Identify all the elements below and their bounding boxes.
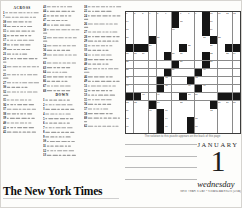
grid-cell[interactable]: 30 bbox=[172, 52, 179, 60]
grid-cell[interactable] bbox=[225, 125, 232, 133]
clue-text-blur bbox=[116, 81, 119, 82]
clue-text-blur bbox=[113, 6, 115, 7]
grid-cell[interactable] bbox=[210, 77, 217, 85]
grid-cell[interactable]: 48 bbox=[141, 93, 148, 101]
clue-item: 26 bbox=[84, 22, 122, 29]
clue-text-blur bbox=[64, 123, 66, 124]
grid-cell[interactable] bbox=[149, 69, 156, 77]
clue-text-blur bbox=[7, 58, 9, 59]
grid-cell[interactable] bbox=[141, 109, 148, 117]
grid-cell[interactable]: 52 bbox=[126, 101, 133, 109]
clue-text-blur bbox=[27, 91, 32, 92]
grid-cell[interactable]: 56 bbox=[218, 101, 225, 109]
grid-cell[interactable] bbox=[179, 77, 186, 85]
grid-cell[interactable] bbox=[195, 101, 202, 109]
grid-cell[interactable] bbox=[149, 61, 156, 69]
clue-text-blur bbox=[17, 58, 22, 59]
grid-cell[interactable] bbox=[164, 36, 171, 44]
grid-cell[interactable] bbox=[141, 28, 148, 36]
clue-text-blur bbox=[100, 81, 105, 82]
grid-cell[interactable] bbox=[225, 77, 232, 85]
grid-cell[interactable] bbox=[172, 36, 179, 44]
grid-cell[interactable]: 64 bbox=[164, 117, 171, 125]
grid-cell[interactable] bbox=[202, 109, 209, 117]
grid-cell[interactable]: 25 bbox=[187, 44, 194, 52]
clue-text-blur bbox=[108, 15, 111, 16]
cell-number: 57 bbox=[226, 101, 229, 103]
clue-number: 25 bbox=[3, 73, 6, 76]
clue-text-blur bbox=[93, 59, 98, 60]
grid-cell[interactable] bbox=[218, 125, 225, 133]
grid-cell[interactable] bbox=[218, 69, 225, 77]
day-number: 1 bbox=[195, 144, 241, 178]
grid-cell[interactable] bbox=[141, 36, 148, 44]
grid-cell[interactable]: 12 bbox=[225, 12, 232, 20]
grid-cell[interactable]: 54 bbox=[157, 101, 164, 109]
grid-cell[interactable]: 50 bbox=[187, 93, 194, 101]
grid-cell[interactable] bbox=[172, 77, 179, 85]
grid-cell[interactable] bbox=[187, 20, 194, 28]
cell-number: 7 bbox=[180, 12, 181, 14]
grid-cell[interactable] bbox=[210, 85, 217, 93]
clue-text-blur bbox=[112, 36, 115, 37]
grid-cell[interactable] bbox=[149, 93, 156, 101]
grid-cell[interactable]: 28 bbox=[134, 52, 141, 60]
clue-text-blur bbox=[20, 122, 24, 123]
clue-text-blur bbox=[59, 113, 62, 114]
grid-cell[interactable] bbox=[179, 117, 186, 125]
grid-cell[interactable] bbox=[218, 52, 225, 60]
grid-cell[interactable]: 13 bbox=[233, 12, 240, 20]
grid-cell-black bbox=[126, 44, 133, 52]
grid-cell[interactable] bbox=[134, 69, 141, 77]
clue-item: 37 bbox=[3, 107, 41, 110]
clue-text-blur bbox=[60, 85, 65, 86]
grid-cell[interactable] bbox=[225, 28, 232, 36]
grid-cell[interactable] bbox=[149, 117, 156, 125]
grid-cell[interactable]: 15 bbox=[179, 20, 186, 28]
clue-text-blur bbox=[28, 30, 31, 31]
grid-cell[interactable] bbox=[179, 125, 186, 133]
grid-cell[interactable] bbox=[195, 109, 202, 117]
grid-cell[interactable]: 63 bbox=[126, 117, 133, 125]
grid-cell[interactable] bbox=[210, 117, 217, 125]
grid-cell[interactable]: 16 bbox=[210, 20, 217, 28]
grid-cell[interactable] bbox=[179, 85, 186, 93]
grid-cell[interactable]: 7 bbox=[179, 12, 186, 20]
grid-cell[interactable] bbox=[172, 109, 179, 117]
clue-text-blur bbox=[49, 100, 52, 101]
grid-cell[interactable] bbox=[172, 101, 179, 109]
grid-cell[interactable]: 33 bbox=[225, 52, 232, 60]
clue-text-blur bbox=[21, 87, 23, 88]
clue-text-blur bbox=[66, 85, 71, 86]
grid-cell[interactable] bbox=[141, 125, 148, 133]
clue-text-blur bbox=[7, 66, 12, 67]
grid-cell[interactable]: 67 bbox=[164, 125, 171, 133]
grid-cell[interactable] bbox=[134, 61, 141, 69]
clue-text-blur bbox=[47, 155, 52, 156]
grid-cell[interactable] bbox=[164, 93, 171, 101]
grid-cell[interactable] bbox=[157, 20, 164, 28]
grid-cell[interactable] bbox=[134, 77, 141, 85]
grid-cell[interactable]: 46 bbox=[187, 85, 194, 93]
grid-cell[interactable]: 43 bbox=[195, 77, 202, 85]
grid-cell[interactable] bbox=[187, 61, 194, 69]
grid-cell[interactable] bbox=[225, 69, 232, 77]
cell-number: 21 bbox=[157, 36, 160, 38]
grid-cell[interactable]: 26 bbox=[210, 44, 217, 52]
clue-text-blur bbox=[47, 81, 50, 82]
grid-cell-black bbox=[134, 44, 141, 52]
clue-text-blur bbox=[32, 132, 36, 133]
grid-cell[interactable] bbox=[202, 101, 209, 109]
grid-cell[interactable] bbox=[172, 85, 179, 93]
grid-cell[interactable] bbox=[187, 109, 194, 117]
grid-cell[interactable]: 27 bbox=[126, 52, 133, 60]
grid-cell[interactable] bbox=[157, 28, 164, 36]
grid-cell[interactable] bbox=[218, 44, 225, 52]
clue-text-blur bbox=[105, 68, 107, 69]
grid-cell[interactable]: 14 bbox=[126, 20, 133, 28]
grid-cell[interactable] bbox=[141, 69, 148, 77]
cell-number: 19 bbox=[210, 28, 213, 30]
grid-cell[interactable] bbox=[225, 117, 232, 125]
grid-cell[interactable] bbox=[218, 109, 225, 117]
clue-text-blur bbox=[106, 99, 111, 100]
grid-cell[interactable] bbox=[187, 69, 194, 77]
grid-cell[interactable] bbox=[225, 61, 232, 69]
clue-text-blur bbox=[16, 118, 21, 119]
grid-cell[interactable] bbox=[202, 93, 209, 101]
clue-text-blur bbox=[73, 37, 77, 38]
grid-cell[interactable]: 19 bbox=[210, 28, 217, 36]
grid-cell[interactable] bbox=[164, 61, 171, 69]
grid-cell[interactable]: 32 bbox=[210, 52, 217, 60]
across-header: ACROSS bbox=[3, 6, 41, 9]
clue-text-blur bbox=[71, 29, 74, 30]
grid-cell[interactable] bbox=[141, 85, 148, 93]
clue-text-blur bbox=[56, 72, 59, 73]
clue-text-blur bbox=[87, 6, 90, 7]
grid-cell[interactable]: 66 bbox=[126, 125, 133, 133]
clue-text-blur bbox=[112, 126, 114, 127]
cell-number: 42 bbox=[165, 76, 168, 78]
cell-number: 62 bbox=[210, 109, 213, 111]
grid-cell[interactable]: 61 bbox=[164, 109, 171, 117]
clue-text-blur bbox=[100, 54, 105, 55]
clue-text-blur bbox=[17, 104, 22, 105]
grid-cell[interactable]: 5 bbox=[157, 12, 164, 20]
clue-text-blur bbox=[23, 104, 28, 105]
grid-cell[interactable] bbox=[141, 117, 148, 125]
grid-cell[interactable]: 9 bbox=[195, 12, 202, 20]
clue-text-blur bbox=[71, 141, 74, 142]
grid-cell[interactable]: 36 bbox=[179, 61, 186, 69]
clue-text-blur bbox=[99, 59, 104, 60]
grid-cell[interactable]: 17 bbox=[126, 28, 133, 36]
grid-cell[interactable] bbox=[202, 125, 209, 133]
grid-cell[interactable] bbox=[195, 52, 202, 60]
grid-cell[interactable] bbox=[172, 44, 179, 52]
clue-text-blur bbox=[52, 20, 56, 21]
grid-cell[interactable]: 49 bbox=[157, 93, 164, 101]
grid-cell[interactable] bbox=[157, 52, 164, 60]
grid-cell[interactable]: 59 bbox=[126, 109, 133, 117]
clue-text-blur bbox=[7, 104, 9, 105]
grid-cell[interactable] bbox=[218, 85, 225, 93]
grid-cell[interactable] bbox=[179, 109, 186, 117]
clue-text-blur bbox=[47, 24, 50, 25]
grid-cell[interactable] bbox=[233, 125, 240, 133]
grid-cell[interactable] bbox=[164, 28, 171, 36]
clue-text-blur bbox=[93, 118, 98, 119]
grid-cell[interactable]: 23 bbox=[218, 36, 225, 44]
clue-item: 21 bbox=[3, 52, 41, 55]
clue-text-blur bbox=[60, 15, 64, 16]
clue-text-blur bbox=[61, 11, 66, 12]
grid-cell[interactable] bbox=[218, 20, 225, 28]
grid-cell[interactable]: 40 bbox=[202, 69, 209, 77]
clue-text-blur bbox=[97, 31, 101, 32]
grid-cell[interactable] bbox=[218, 77, 225, 85]
grid-cell[interactable] bbox=[149, 52, 156, 60]
grid-cell-black bbox=[172, 20, 179, 28]
grid-cell[interactable] bbox=[134, 28, 141, 36]
clue-text-blur bbox=[107, 104, 111, 105]
grid-cell-black bbox=[172, 61, 179, 69]
grid-cell[interactable] bbox=[210, 69, 217, 77]
clue-text-blur bbox=[53, 62, 58, 63]
clue-text-blur bbox=[31, 118, 34, 119]
grid-cell[interactable] bbox=[134, 85, 141, 93]
grid-cell[interactable] bbox=[172, 125, 179, 133]
clue-item: 11 bbox=[43, 144, 81, 147]
grid-cell[interactable] bbox=[210, 125, 217, 133]
clue-text-blur bbox=[68, 11, 71, 12]
clue-text-blur bbox=[105, 59, 108, 60]
grid-cell[interactable] bbox=[164, 44, 171, 52]
clue-item: 66 bbox=[43, 80, 81, 83]
grid-cell[interactable]: 68 bbox=[195, 125, 202, 133]
grid-cell[interactable] bbox=[225, 36, 232, 44]
clue-text-blur bbox=[21, 49, 25, 50]
clue-text-blur bbox=[65, 54, 68, 55]
grid-cell[interactable]: 51 bbox=[195, 93, 202, 101]
grid-cell[interactable]: 21 bbox=[157, 36, 164, 44]
clue-text-blur bbox=[20, 35, 24, 36]
cell-number: 39 bbox=[172, 68, 175, 70]
grid-cell[interactable] bbox=[225, 20, 232, 28]
grid-cell[interactable] bbox=[179, 36, 186, 44]
grid-cell[interactable] bbox=[164, 20, 171, 28]
grid-cell[interactable] bbox=[202, 117, 209, 125]
grid-cell[interactable]: 55 bbox=[179, 101, 186, 109]
grid-cell[interactable] bbox=[134, 125, 141, 133]
cell-number: 68 bbox=[195, 125, 198, 127]
grid-cell[interactable]: 29 bbox=[141, 52, 148, 60]
grid-cell[interactable] bbox=[149, 125, 156, 133]
grid-cell[interactable] bbox=[202, 44, 209, 52]
clue-text-blur bbox=[50, 113, 54, 114]
grid-cell[interactable]: 1 bbox=[126, 12, 133, 20]
grid-cell[interactable]: 44 bbox=[126, 85, 133, 93]
clue-text-blur bbox=[103, 108, 108, 109]
clue-text-blur bbox=[12, 91, 16, 92]
grid-cell[interactable] bbox=[157, 69, 164, 77]
grid-cell[interactable] bbox=[233, 117, 240, 125]
grid-cell[interactable] bbox=[149, 77, 156, 85]
clue-text-blur bbox=[87, 50, 90, 51]
weekday-label: wednesday bbox=[190, 179, 242, 189]
grid-cell[interactable] bbox=[233, 61, 240, 69]
grid-cell[interactable] bbox=[195, 28, 202, 36]
grid-cell[interactable]: 62 bbox=[210, 109, 217, 117]
grid-cell[interactable]: 24 bbox=[149, 44, 156, 52]
grid-cell[interactable]: 4 bbox=[149, 12, 156, 20]
clue-text-blur bbox=[53, 76, 58, 77]
grid-cell[interactable] bbox=[141, 61, 148, 69]
grid-cell[interactable]: 8 bbox=[187, 12, 194, 20]
grid-cell[interactable] bbox=[187, 36, 194, 44]
grid-cell[interactable]: 37 bbox=[210, 61, 217, 69]
grid-cell[interactable] bbox=[134, 109, 141, 117]
grid-cell[interactable]: 39 bbox=[172, 69, 179, 77]
grid-cell[interactable] bbox=[134, 20, 141, 28]
clue-text-blur bbox=[67, 104, 72, 105]
grid-cell[interactable]: 58 bbox=[233, 101, 240, 109]
grid-cell[interactable]: 57 bbox=[225, 101, 232, 109]
grid-cell[interactable] bbox=[195, 61, 202, 69]
grid-cell[interactable] bbox=[233, 77, 240, 85]
grid-cell[interactable] bbox=[149, 20, 156, 28]
clue-item: 56 bbox=[43, 49, 81, 52]
clue-text-blur bbox=[102, 31, 104, 32]
clue-text-blur bbox=[94, 36, 99, 37]
clue-text-blur bbox=[66, 136, 71, 137]
note-line bbox=[125, 156, 197, 157]
grid-cell[interactable]: 34 bbox=[233, 52, 240, 60]
grid-cell-black bbox=[164, 52, 171, 60]
cell-number: 33 bbox=[226, 52, 229, 54]
clue-text-blur bbox=[105, 31, 108, 32]
grid-cell[interactable] bbox=[195, 36, 202, 44]
clue-item: 23 bbox=[3, 57, 41, 64]
grid-cell[interactable] bbox=[157, 61, 164, 69]
grid-cell[interactable] bbox=[195, 44, 202, 52]
grid-cell[interactable]: 18 bbox=[172, 28, 179, 36]
grid-cell[interactable] bbox=[225, 109, 232, 117]
grid-cell[interactable] bbox=[233, 20, 240, 28]
grid-cell-black bbox=[202, 52, 209, 60]
grid-cell[interactable] bbox=[233, 85, 240, 93]
grid-cell[interactable]: 65 bbox=[195, 117, 202, 125]
grid-cell[interactable] bbox=[134, 36, 141, 44]
cell-number: 17 bbox=[126, 28, 129, 30]
clue-text-blur bbox=[47, 141, 49, 142]
grid-cell[interactable] bbox=[233, 36, 240, 44]
clue-text-blur bbox=[28, 82, 33, 83]
clue-text-blur bbox=[94, 81, 99, 82]
clue-text-blur bbox=[99, 113, 104, 114]
grid-cell[interactable] bbox=[157, 44, 164, 52]
grid-cell[interactable] bbox=[149, 85, 156, 93]
grid-cell[interactable] bbox=[218, 28, 225, 36]
clue-text-blur bbox=[93, 108, 95, 109]
grid-cell[interactable] bbox=[218, 117, 225, 125]
grid-cell[interactable] bbox=[210, 93, 217, 101]
cell-number: 47 bbox=[203, 84, 206, 86]
clue-text-blur bbox=[31, 30, 34, 31]
grid-cell[interactable]: 22 bbox=[202, 36, 209, 44]
clue-text-blur bbox=[25, 35, 27, 36]
clue-text-blur bbox=[23, 58, 28, 59]
grid-cell[interactable] bbox=[187, 52, 194, 60]
clue-text-blur bbox=[19, 66, 22, 67]
grid-cell[interactable] bbox=[218, 61, 225, 69]
grid-cell[interactable] bbox=[225, 85, 232, 93]
clue-text-blur bbox=[24, 74, 26, 75]
grid-cell[interactable] bbox=[233, 28, 240, 36]
grid-cell[interactable]: 10 bbox=[210, 12, 217, 20]
grid-cell[interactable] bbox=[172, 93, 179, 101]
grid-cell[interactable]: 35 bbox=[126, 61, 133, 69]
clue-text-blur bbox=[102, 126, 106, 127]
grid-cell[interactable]: 47 bbox=[202, 85, 209, 93]
grid-cell[interactable]: 3 bbox=[141, 12, 148, 20]
grid-cell[interactable]: 31 bbox=[179, 52, 186, 60]
clue-item: 47 bbox=[43, 19, 81, 22]
grid-cell[interactable] bbox=[149, 28, 156, 36]
grid-cell[interactable] bbox=[134, 117, 141, 125]
clue-text-blur bbox=[19, 53, 21, 54]
grid-cell[interactable] bbox=[172, 117, 179, 125]
clue-text-blur bbox=[5, 17, 10, 18]
grid-cell[interactable] bbox=[187, 101, 194, 109]
grid-cell[interactable] bbox=[141, 101, 148, 109]
grid-cell[interactable] bbox=[179, 28, 186, 36]
grid-cell[interactable] bbox=[141, 20, 148, 28]
crossword-grid: 1234567891011121314151617181920212223242… bbox=[125, 11, 241, 134]
grid-cell[interactable]: 20 bbox=[126, 36, 133, 44]
clue-text-blur bbox=[109, 76, 112, 77]
grid-cell[interactable]: 53 bbox=[134, 101, 141, 109]
clue-text-blur bbox=[65, 76, 68, 77]
grid-cell[interactable] bbox=[179, 69, 186, 77]
clue-item: 28 bbox=[84, 35, 122, 38]
grid-cell[interactable]: 11 bbox=[218, 12, 225, 20]
grid-cell[interactable] bbox=[187, 28, 194, 36]
grid-cell[interactable] bbox=[141, 77, 148, 85]
clue-text-blur bbox=[10, 104, 13, 105]
clue-text-blur bbox=[27, 113, 32, 114]
clue-item: 45 bbox=[43, 14, 81, 17]
clue-text-blur bbox=[22, 132, 25, 133]
clue-text-blur bbox=[7, 87, 10, 88]
grid-cell[interactable] bbox=[195, 20, 202, 28]
grid-cell[interactable] bbox=[164, 101, 171, 109]
cell-number: 46 bbox=[188, 84, 191, 86]
grid-cell[interactable]: 45 bbox=[164, 85, 171, 93]
grid-cell[interactable]: 6 bbox=[164, 12, 171, 20]
grid-cell[interactable] bbox=[233, 109, 240, 117]
clue-text-blur bbox=[53, 67, 56, 68]
grid-cell-black bbox=[179, 93, 186, 101]
clue-text-blur bbox=[72, 155, 76, 156]
grid-cell[interactable]: 2 bbox=[134, 12, 141, 20]
grid-cell[interactable]: 60 bbox=[149, 109, 156, 117]
grid-cell[interactable] bbox=[233, 69, 240, 77]
